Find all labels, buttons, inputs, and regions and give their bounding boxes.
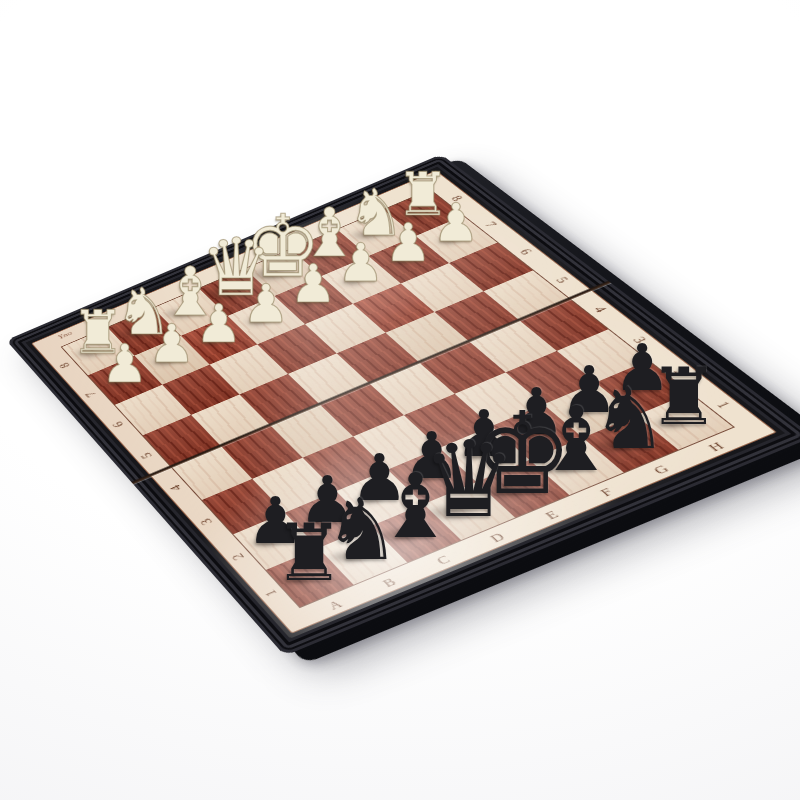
piece-white-pawn-g7[interactable]: ♟ xyxy=(382,217,435,270)
piece-white-pawn-a7[interactable]: ♟ xyxy=(98,338,151,391)
piece-white-pawn-e7[interactable]: ♟ xyxy=(287,258,340,311)
piece-white-pawn-f7[interactable]: ♟ xyxy=(334,237,387,290)
piece-white-pawn-b7[interactable]: ♟ xyxy=(145,318,198,371)
scene: Yno A88B77C66D55E44F33G22H11 ♜♞♝♛♚♝♞♜♟♟♟… xyxy=(0,0,800,800)
piece-white-pawn-d7[interactable]: ♟ xyxy=(239,278,292,331)
piece-white-pawn-h7[interactable]: ♟ xyxy=(430,197,483,250)
piece-black-rook-a1[interactable]: ♜ xyxy=(270,514,349,593)
piece-white-pawn-c7[interactable]: ♟ xyxy=(192,298,245,351)
